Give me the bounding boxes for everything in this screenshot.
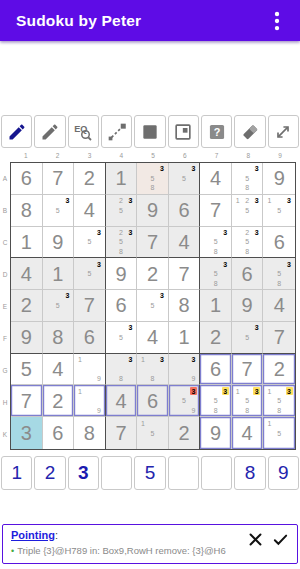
digit: 4 [52,359,63,379]
pencil-mark: 2 [116,196,126,206]
cell-F3[interactable]: 6 [74,322,106,354]
pencil-mark [284,406,294,416]
cell-C9[interactable]: 6 [263,227,295,259]
cell-H9[interactable]: 1358 [263,385,295,417]
pencil-mark [264,279,274,289]
pencil-mark [284,205,294,215]
digit: 7 [147,232,158,252]
pencil-mark: 8 [242,247,252,257]
column-labels: 123456789 [10,151,296,161]
pencil-mark [94,269,104,279]
pencil-mark: 3 [189,355,199,365]
pencil-mark [53,196,63,206]
cell-G1[interactable]: 5 [11,354,43,386]
cell-E6[interactable]: 8 [169,290,201,322]
digit: 1 [178,327,189,347]
numpad-3-button[interactable]: 3 [68,456,99,490]
cell-D8[interactable]: 6 [232,258,264,290]
resize-icon [273,122,293,142]
fill-square-icon [140,122,160,142]
pencil-mark [63,310,73,320]
digit: 6 [178,200,189,220]
pencil-mark [44,301,54,311]
cell-B4[interactable]: 235 [106,195,138,227]
pencil-mark: 9 [94,406,104,416]
numpad-4-button[interactable] [101,456,132,490]
numpad-6-button[interactable] [168,456,199,490]
cell-E1[interactable]: 2 [11,290,43,322]
cell-G4[interactable]: 38 [106,354,138,386]
pencil-mark: 8 [148,183,158,193]
pencil-mark: 3 [220,259,230,269]
cell-D2[interactable]: 1 [43,258,75,290]
pencil-icon [40,122,60,142]
cell-G2[interactable]: 4 [43,354,75,386]
cell-F7[interactable]: 2 [200,322,232,354]
numpad-1-button[interactable]: 1 [1,456,32,490]
digit: 2 [274,359,285,379]
pencil-mark [107,205,117,215]
pencil-mark [170,174,180,184]
pencil-mark [85,374,95,384]
cell-K1[interactable]: 3 [11,417,43,449]
digit: 2 [84,168,95,188]
cell-B1[interactable]: 8 [11,195,43,227]
tool-corner-square-button[interactable] [168,115,199,148]
corner-square-icon [173,122,193,142]
help-icon: ? [207,122,227,142]
cell-D9[interactable]: 358 [263,258,295,290]
pencil-mark: 5 [53,301,63,311]
cell-G6[interactable]: 39 [169,354,201,386]
cell-H6[interactable]: 359 [169,385,201,417]
pencil-mark: 3 [252,164,262,174]
pencil-marks: 19 [74,354,105,385]
cell-K3[interactable]: 8 [74,417,106,449]
digit: 2 [178,423,189,443]
pencil-mark [148,418,158,428]
cell-E5[interactable]: 35 [137,290,169,322]
pencil-mark: 3 [126,228,136,238]
cell-B8[interactable]: 1235 [232,195,264,227]
pencil-mark: 3 [157,355,167,365]
pencil-mark: 8 [242,183,252,193]
cell-E3[interactable]: 7 [74,290,106,322]
pencil-mark: 9 [189,406,199,416]
cell-C8[interactable]: 2358 [232,227,264,259]
cell-E9[interactable]: 4 [263,290,295,322]
svg-text:?: ? [213,126,220,138]
digit: 9 [242,295,253,315]
numpad-2-button[interactable]: 2 [34,456,65,490]
cell-A7[interactable]: 4 [200,163,232,195]
pencil-mark [148,164,158,174]
pencil-mark [94,237,104,247]
digit: 1 [52,264,63,284]
pencil-mark: 5 [116,332,126,342]
pencil-mark [107,247,117,257]
cell-G7[interactable]: 6 [200,354,232,386]
pencil-mark [126,374,136,384]
pencil-mark [179,374,189,384]
col-label-7: 7 [201,151,233,161]
cell-A2[interactable]: 7 [43,163,75,195]
col-label-6: 6 [169,151,201,161]
pencil-mark [189,364,199,374]
cell-H4[interactable]: 4 [106,385,138,417]
pencil-mark: 5 [53,205,63,215]
pencil-mark [148,364,158,374]
pencil-mark [233,183,243,193]
pencil-mark: 3 [252,386,262,396]
pencil-mark: 2 [242,196,252,206]
accept-hint-icon[interactable] [271,530,289,548]
cell-G9[interactable]: 2 [263,354,295,386]
pencil-mark [116,364,126,374]
numpad-8-button[interactable]: 8 [234,456,265,490]
pencil-mark: 1 [138,355,148,365]
pencil-mark [138,364,148,374]
tool-fill-square-button[interactable] [134,115,165,148]
pencil-mark [53,310,63,320]
pencil-mark: 5 [211,269,221,279]
pencil-mark [284,269,294,279]
digit: 8 [84,423,95,443]
cell-F9[interactable]: 7 [263,322,295,354]
pencil-mark [94,247,104,257]
digit: 9 [115,264,126,284]
pencil-mark [252,237,262,247]
tool-chain-button[interactable] [101,115,132,148]
pencil-mark [201,396,211,406]
pencil-mark [264,396,274,406]
pencil-mark: 3 [252,228,262,238]
pencil-mark: 8 [211,406,221,416]
numpad-7-button[interactable] [201,456,232,490]
pencil-mark [75,247,85,257]
pencil-mark [211,259,221,269]
pencil-mark [157,438,167,448]
cell-A9[interactable]: 9 [263,163,295,195]
row-label-E: E [0,290,10,322]
pencil-mark [157,183,167,193]
pencil-mark [148,355,158,365]
pencil-mark [44,205,54,215]
pencil-mark [107,215,117,225]
tool-pencil-button[interactable] [34,115,65,148]
cell-C5[interactable]: 7 [137,227,169,259]
pencil-mark [233,342,243,352]
pencil-mark [264,269,274,279]
digit: 4 [21,264,32,284]
pencil-marks: 1358 [263,385,295,416]
pencil-mark [126,364,136,374]
pencil-marks: 358 [200,258,231,289]
digit: 1 [115,168,126,188]
pencil-mark [94,396,104,406]
tool-help-button[interactable]: ? [201,115,232,148]
tool-pen-button[interactable] [1,115,32,148]
cell-D1[interactable]: 4 [11,258,43,290]
pencil-mark: 8 [211,247,221,257]
pencil-mark: 5 [211,237,221,247]
pencil-mark [201,259,211,269]
pencil-marks: 358 [137,163,168,194]
pencil-mark [179,406,189,416]
pencil-mark [116,355,126,365]
pencil-mark: 3 [252,196,262,206]
digit: 7 [52,168,63,188]
pencil-mark [107,323,117,333]
cell-H3[interactable]: 19 [74,385,106,417]
pencil-mark [233,406,243,416]
pencil-mark [107,342,117,352]
pencil-mark [233,228,243,238]
cell-F5[interactable]: 4 [137,322,169,354]
number-pad: 123589 [1,456,299,490]
cell-F1[interactable]: 9 [11,322,43,354]
cell-K8[interactable]: 4 [232,417,264,449]
cell-C2[interactable]: 9 [43,227,75,259]
cell-F2[interactable]: 8 [43,322,75,354]
pencil-mark [138,164,148,174]
pencil-mark [252,174,262,184]
cell-H2[interactable]: 2 [43,385,75,417]
cell-E4[interactable]: 6 [106,290,138,322]
pencil-mark [138,438,148,448]
row-label-C: C [0,226,10,258]
digit: 2 [210,327,221,347]
pencil-mark [233,215,243,225]
pencil-mark [116,323,126,333]
pencil-mark [157,364,167,374]
pencil-marks: 235 [106,195,137,226]
digit: 7 [274,327,285,347]
digit: 7 [115,423,126,443]
pencil-mark [85,386,95,396]
cell-B5[interactable]: 9 [137,195,169,227]
pencil-mark [220,396,230,406]
digit: 2 [21,295,32,315]
pencil-mark: 1 [138,418,148,428]
cell-A1[interactable]: 6 [11,163,43,195]
pencil-mark: 8 [211,279,221,289]
pencil-mark [274,438,284,448]
cell-K5[interactable]: 15 [137,417,169,449]
pencil-mark: 5 [274,396,284,406]
cell-B2[interactable]: 35 [43,195,75,227]
pencil-marks: 15 [263,417,295,449]
cell-A6[interactable]: 35 [169,163,201,195]
pencil-mark [284,396,294,406]
digit: 4 [178,232,189,252]
digit: 4 [274,295,285,315]
digit: 9 [52,232,63,252]
pencil-mark [220,247,230,257]
cell-K2[interactable]: 6 [43,417,75,449]
cell-H7[interactable]: 358 [200,385,232,417]
pencil-mark [107,332,117,342]
pencil-mark [75,374,85,384]
cell-G5[interactable]: 138 [137,354,169,386]
hint-strategy-link[interactable]: Pointing [11,529,55,541]
tool-find-eq-button[interactable]: EQ [68,115,99,148]
pencil-mark [233,164,243,174]
digit: 8 [21,200,32,220]
digit: 1 [21,232,32,252]
digit: 6 [274,232,285,252]
pencil-mark [138,428,148,438]
pencil-mark [53,215,63,225]
cell-B6[interactable]: 6 [169,195,201,227]
pencil-mark [157,374,167,384]
row-label-K: K [0,418,10,450]
cell-F8[interactable]: 35 [232,322,264,354]
hint-bar: Pointing: •Triple {3}@H789 in: Box9,RowH… [2,524,298,564]
pencil-mark [201,279,211,289]
digit: 7 [21,391,32,411]
cell-H5[interactable]: 6 [137,385,169,417]
tool-eraser-button[interactable] [234,115,265,148]
pencil-mark [85,259,95,269]
digit: 9 [147,200,158,220]
pencil-mark [170,164,180,174]
cell-F6[interactable]: 1 [169,322,201,354]
pencil-mark [138,183,148,193]
pencil-mark: 1 [75,355,85,365]
kebab-menu-icon[interactable] [258,0,296,41]
pencil-mark [116,215,126,225]
cell-B9[interactable]: 135 [263,195,295,227]
pencil-mark [126,342,136,352]
tool-resize-button[interactable] [268,115,299,148]
pencil-mark [85,406,95,416]
pencil-mark: 5 [242,174,252,184]
app-title: Sudoku by Peter [0,12,141,30]
pencil-mark [189,396,199,406]
pencil-mark [252,205,262,215]
cell-A8[interactable]: 358 [232,163,264,195]
pencil-mark [233,247,243,257]
pencil-mark [85,355,95,365]
cell-H1[interactable]: 7 [11,385,43,417]
cell-D6[interactable]: 7 [169,258,201,290]
pencil-mark: 3 [94,259,104,269]
reject-hint-icon[interactable] [246,530,264,548]
pencil-mark [44,215,54,225]
col-label-8: 8 [232,151,264,161]
pencil-mark: 3 [126,355,136,365]
cell-D3[interactable]: 35 [74,258,106,290]
pencil-mark: 2 [242,228,252,238]
pencil-mark [126,247,136,257]
pencil-marks: 38 [106,354,137,385]
pencil-mark: 9 [94,374,104,384]
cell-C1[interactable]: 1 [11,227,43,259]
pen-icon [7,122,27,142]
pencil-mark: 5 [242,396,252,406]
pencil-mark [233,323,243,333]
pencil-mark: 5 [148,174,158,184]
pencil-mark: 1 [264,386,274,396]
cell-G3[interactable]: 19 [74,354,106,386]
pencil-mark [94,386,104,396]
pencil-mark [274,215,284,225]
cell-C6[interactable]: 4 [169,227,201,259]
hint-text: Triple {3}@H789 in: Box9,RowH remove: {3… [17,545,226,556]
cell-C7[interactable]: 358 [200,227,232,259]
pencil-marks: 359 [169,385,200,416]
pencil-mark: 5 [148,301,158,311]
pencil-mark: 5 [274,269,284,279]
cell-A3[interactable]: 2 [74,163,106,195]
cell-A5[interactable]: 358 [137,163,169,195]
pencil-mark [274,386,284,396]
cell-K9[interactable]: 15 [263,417,295,449]
hint-colon: : [55,529,58,541]
digit: 9 [210,423,221,443]
pencil-mark: 1 [233,386,243,396]
cell-H8[interactable]: 1358 [232,385,264,417]
pencil-mark [264,205,274,215]
pencil-mark [75,406,85,416]
pencil-mark [201,269,211,279]
cell-E8[interactable]: 9 [232,290,264,322]
cell-B7[interactable]: 7 [200,195,232,227]
cell-D5[interactable]: 2 [137,258,169,290]
pencil-mark: 3 [189,164,199,174]
col-label-5: 5 [137,151,169,161]
cell-D4[interactable]: 9 [106,258,138,290]
digit: 4 [84,200,95,220]
cell-D7[interactable]: 358 [200,258,232,290]
cell-B3[interactable]: 4 [74,195,106,227]
pencil-mark [233,205,243,215]
pencil-mark [242,164,252,174]
pencil-mark: 8 [242,406,252,416]
digit: 5 [21,359,32,379]
numpad-9-button[interactable]: 9 [268,456,299,490]
pencil-mark: 1 [264,418,274,428]
pencil-marks: 35 [43,290,74,321]
cell-E7[interactable]: 1 [200,290,232,322]
pencil-mark [157,310,167,320]
pencil-mark [284,428,294,438]
cell-K6[interactable]: 2 [169,417,201,449]
pencil-mark: 3 [220,228,230,238]
pencil-mark [252,247,262,257]
pencil-mark [126,215,136,225]
cell-C4[interactable]: 2358 [106,227,138,259]
pencil-mark [170,364,180,374]
pencil-mark [44,310,54,320]
pencil-mark [138,310,148,320]
cell-K4[interactable]: 7 [106,417,138,449]
numpad-5-button[interactable]: 5 [134,456,165,490]
cell-K7[interactable]: 9 [200,417,232,449]
pencil-mark: 9 [189,374,199,384]
cell-C3[interactable]: 35 [74,227,106,259]
cell-A4[interactable]: 1 [106,163,138,195]
digit: 6 [115,295,126,315]
cell-F4[interactable]: 35 [106,322,138,354]
cell-G8[interactable]: 7 [232,354,264,386]
pencil-mark: 5 [179,396,189,406]
pencil-mark [179,355,189,365]
pencil-mark [107,228,117,238]
cell-E2[interactable]: 35 [43,290,75,322]
pencil-mark [242,323,252,333]
